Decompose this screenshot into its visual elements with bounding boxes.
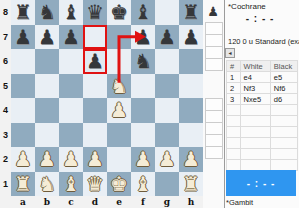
- square-b3[interactable]: [35, 123, 59, 148]
- file-label-d: d: [83, 196, 107, 208]
- white-knight[interactable]: ♞: [110, 76, 128, 96]
- file-labels: abcdefgh: [11, 196, 203, 208]
- scroll-left-button[interactable]: ◂: [225, 48, 235, 58]
- move-cell-empty: [270, 116, 297, 127]
- left-arrow-icon: ◂: [228, 50, 231, 56]
- rank-label-3: 3: [0, 123, 11, 148]
- square-b8[interactable]: ♞: [35, 0, 59, 25]
- move-cell-empty: [270, 149, 297, 160]
- chess-board-area: 87654321 ♜♞♝♛♚♝♜♟♟♟♟♟♟♟♞♞♟♟♟♟♟♟♟♟♜♞♝♛♚♝♜…: [0, 0, 203, 208]
- move-list-table[interactable]: #WhiteBlack 1e4e52Nf3Nf63Nxe5d6: [226, 60, 298, 171]
- white-pawn[interactable]: ♟: [86, 149, 104, 169]
- white-king[interactable]: ♚: [110, 174, 128, 194]
- move-row-empty: [227, 149, 298, 160]
- move-table-header-num: #: [227, 61, 241, 72]
- file-label-a: a: [11, 196, 35, 208]
- square-f1[interactable]: ♝: [131, 172, 155, 197]
- square-g5[interactable]: [155, 74, 179, 99]
- square-f2[interactable]: ♟: [131, 147, 155, 172]
- white-rook[interactable]: ♜: [14, 174, 32, 194]
- square-e1[interactable]: ♚: [107, 172, 131, 197]
- rank-label-5: 5: [0, 74, 11, 99]
- file-label-g: g: [155, 196, 179, 208]
- tray-cell-empty: [205, 146, 223, 159]
- game-info-text: 120 0 u Standard (exa: [228, 37, 299, 46]
- move-cell[interactable]: e4: [240, 72, 270, 83]
- move-row-empty: [227, 160, 298, 171]
- move-cell-empty: [240, 138, 270, 149]
- square-a4[interactable]: [11, 98, 35, 123]
- square-e3[interactable]: [107, 123, 131, 148]
- black-pawn[interactable]: ♟: [38, 27, 56, 47]
- white-pawn[interactable]: ♟: [110, 100, 128, 120]
- move-cell-empty: [240, 149, 270, 160]
- move-row-empty: [227, 105, 298, 116]
- square-c2[interactable]: ♟: [59, 147, 83, 172]
- square-a8[interactable]: ♜: [11, 0, 35, 25]
- move-cell[interactable]: e5: [270, 72, 297, 83]
- square-f7[interactable]: ♟: [131, 25, 155, 50]
- square-d3[interactable]: [83, 123, 107, 148]
- square-f3[interactable]: [131, 123, 155, 148]
- move-cell-empty: [270, 105, 297, 116]
- square-g7[interactable]: ♟: [155, 25, 179, 50]
- rank-label-7: 7: [0, 25, 11, 50]
- square-g4[interactable]: [155, 98, 179, 123]
- square-b4[interactable]: [35, 98, 59, 123]
- square-h2[interactable]: ♟: [179, 147, 203, 172]
- move-cell-empty: [270, 138, 297, 149]
- square-d1[interactable]: ♛: [83, 172, 107, 197]
- game-sidebar: *Cochrane - : - - 120 0 u Standard (exa …: [225, 0, 299, 208]
- move-cell-empty: [240, 160, 270, 171]
- move-cell[interactable]: Nxe5: [240, 94, 270, 105]
- square-h8[interactable]: ♜: [179, 0, 203, 25]
- square-g6[interactable]: [155, 49, 179, 74]
- file-label-c: c: [59, 196, 83, 208]
- move-row-empty: [227, 127, 298, 138]
- rank-label-6: 6: [0, 49, 11, 74]
- square-f5[interactable]: [131, 74, 155, 99]
- square-c3[interactable]: [59, 123, 83, 148]
- square-c5[interactable]: [59, 74, 83, 99]
- rank-label-4: 4: [0, 98, 11, 123]
- square-h6[interactable]: [179, 49, 203, 74]
- square-h1[interactable]: ♜: [179, 172, 203, 197]
- square-d6[interactable]: ♟: [83, 49, 107, 74]
- black-pawn[interactable]: ♟: [134, 27, 152, 47]
- tray-cell-empty: [205, 58, 223, 71]
- black-knight[interactable]: ♞: [38, 2, 56, 22]
- move-cell[interactable]: 1: [227, 72, 241, 83]
- square-a3[interactable]: [11, 123, 35, 148]
- square-e6[interactable]: [107, 49, 131, 74]
- move-cell-empty: [240, 105, 270, 116]
- square-b2[interactable]: ♟: [35, 147, 59, 172]
- move-cell-empty: [227, 116, 241, 127]
- square-e8[interactable]: ♚: [107, 0, 131, 25]
- square-a7[interactable]: ♟: [11, 25, 35, 50]
- square-g3[interactable]: [155, 123, 179, 148]
- rank-label-2: 2: [0, 147, 11, 172]
- move-cell[interactable]: d6: [270, 94, 297, 105]
- white-rook[interactable]: ♜: [182, 174, 200, 194]
- square-b6[interactable]: [35, 49, 59, 74]
- square-c4[interactable]: [59, 98, 83, 123]
- move-cell[interactable]: 2: [227, 83, 241, 94]
- black-rook[interactable]: ♜: [14, 2, 32, 22]
- white-queen[interactable]: ♛: [86, 174, 104, 194]
- black-rook[interactable]: ♜: [182, 2, 200, 22]
- square-g2[interactable]: ♟: [155, 147, 179, 172]
- rank-label-8: 8: [0, 0, 11, 25]
- move-cell-empty: [227, 160, 241, 171]
- file-label-b: b: [35, 196, 59, 208]
- black-pawn[interactable]: ♟: [86, 51, 104, 71]
- black-pawn[interactable]: ♟: [182, 27, 200, 47]
- square-e5[interactable]: ♞: [107, 74, 131, 99]
- black-pawn[interactable]: ♟: [14, 27, 32, 47]
- square-h4[interactable]: [179, 98, 203, 123]
- square-a5[interactable]: [11, 74, 35, 99]
- square-d7[interactable]: [83, 25, 107, 50]
- white-pawn[interactable]: ♟: [62, 149, 80, 169]
- square-e7[interactable]: [107, 25, 131, 50]
- square-f6[interactable]: ♞: [131, 49, 155, 74]
- white-player-name: *Gambit: [226, 198, 253, 207]
- white-bishop[interactable]: ♝: [134, 174, 152, 194]
- black-bishop[interactable]: ♝: [134, 2, 152, 22]
- captured-black-pawn: ♟: [204, 2, 222, 20]
- file-label-h: h: [179, 196, 203, 208]
- move-row[interactable]: 3Nxe5d6: [227, 94, 298, 105]
- black-pawn[interactable]: ♟: [62, 27, 80, 47]
- file-label-e: e: [107, 196, 131, 208]
- square-d2[interactable]: ♟: [83, 147, 107, 172]
- square-f4[interactable]: [131, 98, 155, 123]
- square-b5[interactable]: [35, 74, 59, 99]
- move-cell-empty: [270, 127, 297, 138]
- square-a2[interactable]: ♟: [11, 147, 35, 172]
- black-queen[interactable]: ♛: [86, 2, 104, 22]
- file-label-f: f: [131, 196, 155, 208]
- move-cell[interactable]: 3: [227, 94, 241, 105]
- black-clock: - : - -: [225, 13, 295, 24]
- square-e4[interactable]: ♟: [107, 98, 131, 123]
- white-bishop[interactable]: ♝: [62, 174, 80, 194]
- square-c6[interactable]: [59, 49, 83, 74]
- move-table-header-white: White: [240, 61, 270, 72]
- move-table-header-black: Black: [270, 61, 297, 72]
- square-e2[interactable]: [107, 147, 131, 172]
- black-player-name: *Cochrane: [228, 2, 266, 11]
- square-g8[interactable]: [155, 0, 179, 25]
- square-h5[interactable]: [179, 74, 203, 99]
- move-cell-empty: [227, 138, 241, 149]
- move-cell-empty: [240, 116, 270, 127]
- move-cell[interactable]: Nf6: [270, 83, 297, 94]
- move-row[interactable]: 2Nf3Nf6: [227, 83, 298, 94]
- black-knight[interactable]: ♞: [134, 51, 152, 71]
- white-pawn[interactable]: ♟: [182, 149, 200, 169]
- black-bishop[interactable]: ♝: [62, 2, 80, 22]
- move-row[interactable]: 1e4e5: [227, 72, 298, 83]
- square-b7[interactable]: ♟: [35, 25, 59, 50]
- move-cell[interactable]: Nf3: [240, 83, 270, 94]
- move-row-empty: [227, 138, 298, 149]
- white-pawn[interactable]: ♟: [38, 149, 56, 169]
- white-pawn[interactable]: ♟: [14, 149, 32, 169]
- square-h7[interactable]: ♟: [179, 25, 203, 50]
- square-g1[interactable]: [155, 172, 179, 197]
- rank-labels: 87654321: [0, 0, 11, 196]
- white-pawn[interactable]: ♟: [158, 149, 176, 169]
- chess-board[interactable]: ♜♞♝♛♚♝♜♟♟♟♟♟♟♟♞♞♟♟♟♟♟♟♟♟♜♞♝♛♚♝♜: [11, 0, 204, 196]
- square-c1[interactable]: ♝: [59, 172, 83, 197]
- square-a1[interactable]: ♜: [11, 172, 35, 197]
- white-pawn[interactable]: ♟: [134, 149, 152, 169]
- black-king[interactable]: ♚: [110, 2, 128, 22]
- square-f8[interactable]: ♝: [131, 0, 155, 25]
- move-row-empty: [227, 116, 298, 127]
- square-d8[interactable]: ♛: [83, 0, 107, 25]
- move-cell-empty: [270, 160, 297, 171]
- square-a6[interactable]: [11, 49, 35, 74]
- captured-pieces-tray: ♟: [203, 0, 225, 208]
- move-cell-empty: [240, 127, 270, 138]
- move-cell-empty: [227, 127, 241, 138]
- black-pawn[interactable]: ♟: [158, 27, 176, 47]
- square-c8[interactable]: ♝: [59, 0, 83, 25]
- white-knight[interactable]: ♞: [38, 174, 56, 194]
- move-cell-empty: [227, 105, 241, 116]
- move-cell-empty: [227, 149, 241, 160]
- square-h3[interactable]: [179, 123, 203, 148]
- white-clock: - : - -: [226, 170, 296, 196]
- square-d5[interactable]: [83, 74, 107, 99]
- rank-label-1: 1: [0, 172, 11, 197]
- square-b1[interactable]: ♞: [35, 172, 59, 197]
- square-d4[interactable]: [83, 98, 107, 123]
- square-c7[interactable]: ♟: [59, 25, 83, 50]
